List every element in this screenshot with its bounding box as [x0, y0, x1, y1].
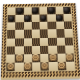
square-b6	[15, 22, 23, 30]
square-b4	[15, 38, 23, 46]
square-a7	[8, 15, 16, 23]
square-f3	[48, 45, 57, 53]
black-checker-h8	[64, 7, 71, 13]
square-a6	[7, 23, 15, 31]
photo-background	[0, 0, 80, 80]
square-f1	[49, 62, 58, 71]
square-d6	[32, 22, 40, 30]
square-a5	[7, 30, 15, 38]
square-f5	[48, 30, 56, 38]
square-c5	[24, 30, 32, 38]
square-e5	[40, 30, 48, 38]
square-b2	[15, 54, 23, 62]
square-e8	[39, 7, 47, 14]
square-e4	[40, 37, 48, 45]
white-checker-h2	[66, 54, 73, 61]
square-b7	[16, 15, 24, 23]
square-h8	[63, 7, 71, 14]
square-h1	[66, 61, 75, 70]
white-checker-g1	[58, 62, 65, 69]
square-h3	[65, 45, 74, 53]
square-c3	[23, 46, 31, 54]
black-checker-b8	[16, 8, 23, 14]
square-f4	[48, 37, 56, 45]
square-b3	[15, 46, 23, 54]
board-grid	[6, 7, 74, 71]
square-d7	[32, 15, 40, 23]
white-checker-f2	[49, 54, 56, 61]
square-h2	[65, 53, 74, 61]
square-c4	[23, 38, 31, 46]
square-a2	[6, 54, 15, 62]
square-h4	[64, 37, 73, 45]
white-checker-c1	[24, 63, 31, 70]
square-a3	[7, 46, 15, 54]
square-e7	[39, 15, 47, 23]
black-checker-a7	[8, 15, 15, 21]
square-e2	[40, 54, 49, 62]
square-f2	[49, 53, 58, 61]
square-b5	[15, 30, 23, 38]
square-c8	[24, 7, 32, 14]
black-checker-g7	[56, 15, 63, 21]
black-checker-c7	[24, 15, 31, 21]
square-h6	[64, 22, 72, 30]
square-d3	[32, 46, 40, 54]
square-b8	[16, 8, 24, 15]
black-checker-f8	[48, 7, 55, 13]
black-checker-e7	[40, 15, 47, 21]
wooden-board-frame	[1, 3, 80, 80]
square-a1	[6, 63, 15, 72]
white-checker-e1	[41, 62, 48, 69]
square-h5	[64, 29, 73, 37]
square-d5	[32, 30, 40, 38]
square-c2	[23, 54, 31, 62]
square-c1	[23, 62, 32, 71]
square-e3	[40, 45, 49, 53]
square-d1	[32, 62, 41, 71]
square-b1	[15, 62, 24, 71]
square-c7	[24, 15, 32, 23]
square-a4	[7, 38, 15, 46]
black-checker-d8	[32, 8, 39, 14]
square-h7	[63, 14, 71, 22]
square-c6	[24, 22, 32, 30]
square-d4	[32, 38, 40, 46]
square-d2	[32, 54, 41, 62]
white-checker-b2	[16, 55, 23, 62]
square-e1	[40, 62, 49, 71]
white-checker-d2	[33, 54, 40, 61]
square-e6	[40, 22, 48, 30]
white-checker-a1	[7, 63, 14, 70]
